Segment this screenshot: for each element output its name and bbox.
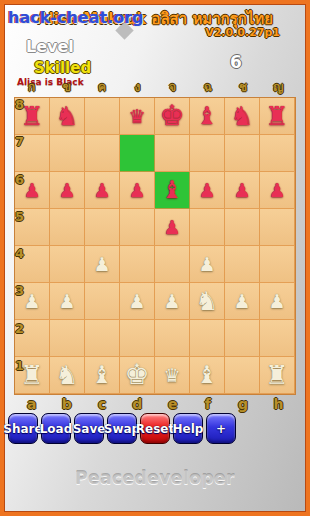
square-a7[interactable] xyxy=(15,135,50,172)
col-label-g: g xyxy=(226,397,261,412)
black-rook-a8[interactable]: ♜ xyxy=(20,103,43,129)
square-g3[interactable]: ♟ xyxy=(225,283,260,320)
white-pawn-g3[interactable]: ♟ xyxy=(233,292,250,311)
black-pawn-d6[interactable]: ♟ xyxy=(128,181,145,200)
latin-column-labels: abcdefgh xyxy=(14,397,296,412)
thai-col-label-d: ง xyxy=(120,80,155,95)
square-a6[interactable]: ♟ xyxy=(15,172,50,209)
col-label-d: d xyxy=(120,397,155,412)
square-d1[interactable]: ♚ xyxy=(120,357,155,394)
save-button[interactable]: Save xyxy=(74,413,104,444)
black-knight-b8[interactable]: ♞ xyxy=(55,103,78,129)
square-d8[interactable]: ♛ xyxy=(120,98,155,135)
black-pawn-h6[interactable]: ♟ xyxy=(268,181,285,200)
square-f6[interactable]: ♟ xyxy=(190,172,225,209)
square-f3[interactable]: ♞ xyxy=(190,283,225,320)
move-counter: 6 xyxy=(230,52,242,72)
square-a4[interactable] xyxy=(15,246,50,283)
swap-button[interactable]: Swap xyxy=(107,413,137,444)
square-h3[interactable]: ♟ xyxy=(260,283,295,320)
square-e3[interactable]: ♟ xyxy=(155,283,190,320)
square-h1[interactable]: ♜ xyxy=(260,357,295,394)
thai-col-label-e: จ xyxy=(155,80,190,95)
col-label-h: h xyxy=(261,397,296,412)
thai-col-label-h: ญ xyxy=(261,80,296,95)
share-button[interactable]: Share xyxy=(8,413,38,444)
black-pawn-a6[interactable]: ♟ xyxy=(23,181,40,200)
black-queen-d8[interactable]: ♛ xyxy=(128,107,145,126)
thai-col-label-g: ช xyxy=(226,80,261,95)
square-h2[interactable] xyxy=(260,320,295,357)
hack-cheat-watermark: hack-cheat.org xyxy=(8,8,144,27)
white-king-d1[interactable]: ♚ xyxy=(124,361,149,389)
square-e6[interactable]: ♝ xyxy=(155,172,190,209)
square-f1[interactable]: ♝ xyxy=(190,357,225,394)
square-h4[interactable] xyxy=(260,246,295,283)
toolbar: ShareLoadSaveSwapResetHelp+ xyxy=(8,413,236,444)
white-pawn-d3[interactable]: ♟ xyxy=(128,292,145,311)
square-d4[interactable] xyxy=(120,246,155,283)
black-rook-h8[interactable]: ♜ xyxy=(265,103,288,129)
white-pawn-c4[interactable]: ♟ xyxy=(93,255,110,274)
black-pawn-b6[interactable]: ♟ xyxy=(58,181,75,200)
square-f4[interactable]: ♟ xyxy=(190,246,225,283)
square-f7[interactable] xyxy=(190,135,225,172)
square-b1[interactable]: ♞ xyxy=(50,357,85,394)
level-label: Level xyxy=(26,37,74,56)
black-pawn-f6[interactable]: ♟ xyxy=(198,181,215,200)
square-c1[interactable]: ♝ xyxy=(85,357,120,394)
square-f2[interactable] xyxy=(190,320,225,357)
square-b2[interactable] xyxy=(50,320,85,357)
square-e2[interactable] xyxy=(155,320,190,357)
square-f8[interactable]: ♝ xyxy=(190,98,225,135)
level-value-skilled[interactable]: Skilled xyxy=(34,59,91,77)
white-bishop-c1[interactable]: ♝ xyxy=(91,363,113,387)
black-knight-g8[interactable]: ♞ xyxy=(230,103,253,129)
thai-col-label-f: ฉ xyxy=(190,80,225,95)
white-pawn-h3[interactable]: ♟ xyxy=(268,292,285,311)
white-knight-f3[interactable]: ♞ xyxy=(195,288,218,314)
white-pawn-f4[interactable]: ♟ xyxy=(198,255,215,274)
square-c6[interactable]: ♟ xyxy=(85,172,120,209)
white-bishop-f1[interactable]: ♝ xyxy=(196,363,218,387)
thai-column-labels: กขคงจฉชญ xyxy=(14,80,296,95)
square-a1[interactable]: ♜ xyxy=(15,357,50,394)
square-d7[interactable] xyxy=(120,135,155,172)
app-window: hack-cheat.org Alisa Makruk อลิสา หมากรุ… xyxy=(0,0,310,516)
square-e5[interactable]: ♟ xyxy=(155,209,190,246)
white-pawn-a3[interactable]: ♟ xyxy=(23,292,40,311)
square-g4[interactable] xyxy=(225,246,260,283)
help-button[interactable]: Help xyxy=(173,413,203,444)
square-b3[interactable]: ♟ xyxy=(50,283,85,320)
square-c5[interactable] xyxy=(85,209,120,246)
square-b4[interactable] xyxy=(50,246,85,283)
square-a3[interactable]: ♟ xyxy=(15,283,50,320)
square-c7[interactable] xyxy=(85,135,120,172)
col-label-a: a xyxy=(14,397,49,412)
square-h6[interactable]: ♟ xyxy=(260,172,295,209)
black-pawn-e5[interactable]: ♟ xyxy=(163,218,180,237)
white-pawn-b3[interactable]: ♟ xyxy=(58,292,75,311)
square-a8[interactable]: ♜ xyxy=(15,98,50,135)
white-queen-e1[interactable]: ♛ xyxy=(163,366,180,385)
col-label-c: c xyxy=(85,397,120,412)
thai-col-label-a: ก xyxy=(14,80,49,95)
square-d6[interactable]: ♟ xyxy=(120,172,155,209)
square-e8[interactable]: ♚ xyxy=(155,98,190,135)
black-pawn-c6[interactable]: ♟ xyxy=(93,181,110,200)
white-rook-a1[interactable]: ♜ xyxy=(20,362,43,388)
reset-button[interactable]: Reset xyxy=(140,413,170,444)
thai-col-label-b: ข xyxy=(49,80,84,95)
square-c8[interactable] xyxy=(85,98,120,135)
square-g2[interactable] xyxy=(225,320,260,357)
peacedeveloper-watermark: Peacedeveloper xyxy=(4,468,306,488)
square-b7[interactable] xyxy=(50,135,85,172)
col-label-b: b xyxy=(49,397,84,412)
black-king-e8[interactable]: ♚ xyxy=(159,102,184,130)
square-b6[interactable]: ♟ xyxy=(50,172,85,209)
square-d2[interactable] xyxy=(120,320,155,357)
square-g7[interactable] xyxy=(225,135,260,172)
square-b8[interactable]: ♞ xyxy=(50,98,85,135)
col-label-f: f xyxy=(190,397,225,412)
square-d3[interactable]: ♟ xyxy=(120,283,155,320)
makruk-board: ♜♞♛♚♝♞♜♟♟♟♟♝♟♟♟♟♟♟♟♟♟♟♞♟♟♜♞♝♚♛♝♜ xyxy=(14,97,296,395)
square-c4[interactable]: ♟ xyxy=(85,246,120,283)
square-b5[interactable] xyxy=(50,209,85,246)
square-h7[interactable] xyxy=(260,135,295,172)
square-d5[interactable] xyxy=(120,209,155,246)
square-f5[interactable] xyxy=(190,209,225,246)
black-bishop-f8[interactable]: ♝ xyxy=(196,104,218,128)
square-e1[interactable]: ♛ xyxy=(155,357,190,394)
square-a2[interactable] xyxy=(15,320,50,357)
black-bishop-e6[interactable]: ♝ xyxy=(161,178,183,202)
plus-button[interactable]: + xyxy=(206,413,236,444)
square-c3[interactable] xyxy=(85,283,120,320)
square-h8[interactable]: ♜ xyxy=(260,98,295,135)
square-g5[interactable] xyxy=(225,209,260,246)
load-button[interactable]: Load xyxy=(41,413,71,444)
thai-col-label-c: ค xyxy=(85,80,120,95)
black-pawn-g6[interactable]: ♟ xyxy=(233,181,250,200)
square-g6[interactable]: ♟ xyxy=(225,172,260,209)
square-g8[interactable]: ♞ xyxy=(225,98,260,135)
square-h5[interactable] xyxy=(260,209,295,246)
square-c2[interactable] xyxy=(85,320,120,357)
white-rook-h1[interactable]: ♜ xyxy=(265,362,288,388)
col-label-e: e xyxy=(155,397,190,412)
square-e7[interactable] xyxy=(155,135,190,172)
square-a5[interactable] xyxy=(15,209,50,246)
white-knight-b1[interactable]: ♞ xyxy=(55,362,78,388)
square-g1[interactable] xyxy=(225,357,260,394)
square-e4[interactable] xyxy=(155,246,190,283)
white-pawn-e3[interactable]: ♟ xyxy=(163,292,180,311)
